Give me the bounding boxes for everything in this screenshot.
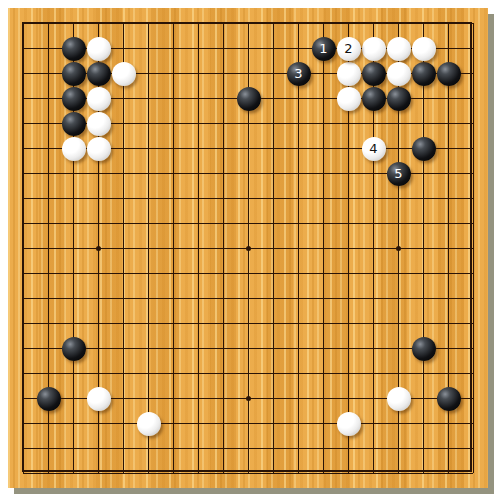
black-stone (362, 62, 386, 86)
black-stone (412, 337, 436, 361)
move-number-label: 5 (394, 167, 402, 180)
grid-line (23, 273, 473, 274)
move-number-label: 2 (344, 42, 352, 55)
black-stone (437, 387, 461, 411)
white-stone (387, 62, 411, 86)
black-stone (37, 387, 61, 411)
white-stone (337, 62, 361, 86)
white-stone (337, 87, 361, 111)
white-stone (87, 37, 111, 61)
white-stone (87, 387, 111, 411)
grid-line (273, 23, 274, 473)
star-point (246, 396, 251, 401)
black-stone (62, 37, 86, 61)
white-stone (412, 37, 436, 61)
grid-line (23, 348, 473, 349)
black-stone (362, 87, 386, 111)
white-stone: 4 (362, 137, 386, 161)
move-number-label: 4 (369, 142, 377, 155)
grid-line (298, 23, 299, 473)
white-stone (387, 387, 411, 411)
black-stone (412, 62, 436, 86)
black-stone (237, 87, 261, 111)
white-stone (387, 37, 411, 61)
grid-line (23, 373, 473, 374)
black-stone (62, 62, 86, 86)
grid-line (423, 23, 424, 473)
black-stone (437, 62, 461, 86)
page: { "game": "go", "board": { "size": 19, "… (0, 0, 500, 500)
white-stone (362, 37, 386, 61)
black-stone (62, 87, 86, 111)
star-point (96, 246, 101, 251)
white-stone (337, 412, 361, 436)
white-stone (112, 62, 136, 86)
white-stone (87, 112, 111, 136)
star-point (246, 246, 251, 251)
go-board[interactable]: 13524 (8, 8, 488, 488)
white-stone (62, 137, 86, 161)
black-stone: 3 (287, 62, 311, 86)
black-stone (412, 137, 436, 161)
grid-line (23, 448, 473, 449)
black-stone: 5 (387, 162, 411, 186)
grid-line (23, 323, 473, 324)
white-stone (137, 412, 161, 436)
grid-line (323, 23, 324, 473)
grid-line (473, 23, 474, 473)
black-stone (62, 112, 86, 136)
white-stone (87, 87, 111, 111)
black-stone (87, 62, 111, 86)
grid-line (23, 473, 473, 474)
move-number-label: 3 (294, 67, 302, 80)
black-stone (62, 337, 86, 361)
white-stone: 2 (337, 37, 361, 61)
black-stone (387, 87, 411, 111)
grid-line (23, 423, 473, 424)
white-stone (87, 137, 111, 161)
move-number-label: 1 (319, 42, 327, 55)
star-point (396, 246, 401, 251)
black-stone: 1 (312, 37, 336, 61)
grid-line (23, 298, 473, 299)
